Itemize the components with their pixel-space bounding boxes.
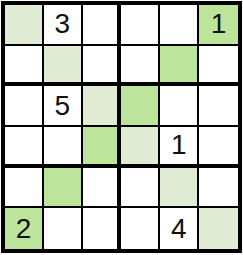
cell-r6c3[interactable] (83, 208, 122, 249)
cell-r2c4[interactable] (121, 46, 160, 87)
cell-r6c6[interactable] (199, 208, 238, 249)
cell-r4c4[interactable] (121, 127, 160, 168)
cell-r5c6[interactable] (199, 168, 238, 209)
cell-r1c3[interactable] (83, 5, 122, 46)
cell-r2c6[interactable] (199, 46, 238, 87)
cell-r4c3[interactable] (83, 127, 122, 168)
cell-r1c2[interactable]: 3 (44, 5, 83, 46)
cell-r4c5[interactable]: 1 (160, 127, 199, 168)
cell-r2c1[interactable] (5, 46, 44, 87)
cell-r2c5[interactable] (160, 46, 199, 87)
cell-r2c2[interactable] (44, 46, 83, 87)
cell-r1c6[interactable]: 1 (199, 5, 238, 46)
cell-r1c1[interactable] (5, 5, 44, 46)
cell-r3c4[interactable] (121, 86, 160, 127)
cell-r3c2[interactable]: 5 (44, 86, 83, 127)
cell-r4c1[interactable] (5, 127, 44, 168)
sudoku-board: 315124 (1, 1, 242, 253)
cell-r5c2[interactable] (44, 168, 83, 209)
cell-r6c1[interactable]: 2 (5, 208, 44, 249)
cell-r3c5[interactable] (160, 86, 199, 127)
cell-r6c2[interactable] (44, 208, 83, 249)
cell-r3c1[interactable] (5, 86, 44, 127)
cell-r5c5[interactable] (160, 168, 199, 209)
cell-r4c2[interactable] (44, 127, 83, 168)
cell-r3c3[interactable] (83, 86, 122, 127)
cell-r6c4[interactable] (121, 208, 160, 249)
cell-r6c5[interactable]: 4 (160, 208, 199, 249)
cell-r5c4[interactable] (121, 168, 160, 209)
cell-r1c5[interactable] (160, 5, 199, 46)
cell-r5c1[interactable] (5, 168, 44, 209)
cell-r4c6[interactable] (199, 127, 238, 168)
sudoku-board-frame: 315124 (1, 1, 242, 253)
cell-r2c3[interactable] (83, 46, 122, 87)
cell-r1c4[interactable] (121, 5, 160, 46)
cell-r3c6[interactable] (199, 86, 238, 127)
cell-r5c3[interactable] (83, 168, 122, 209)
